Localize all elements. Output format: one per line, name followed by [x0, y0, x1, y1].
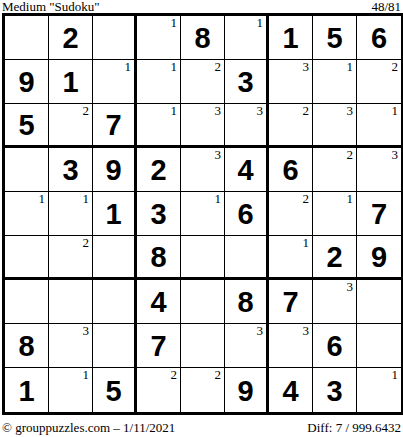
cell-digit: 3	[150, 200, 166, 229]
pencil-mark: 2	[303, 104, 310, 118]
cell-r7c3[interactable]	[93, 280, 137, 324]
pencil-mark: 1	[171, 16, 178, 30]
cell-r1c4[interactable]: 1	[137, 16, 181, 60]
cell-r6c2[interactable]: 2	[49, 236, 93, 280]
cell-digit: 7	[371, 200, 387, 229]
cell-digit: 4	[237, 156, 253, 185]
cell-r9c9[interactable]: 1	[357, 368, 401, 412]
pencil-mark: 2	[83, 104, 90, 118]
cell-r1c1[interactable]	[5, 16, 49, 60]
cell-r5c2[interactable]: 1	[49, 192, 93, 236]
cell-digit: 8	[150, 243, 166, 272]
cell-r5c1[interactable]: 1	[5, 192, 49, 236]
cell-digit: 3	[326, 377, 342, 406]
cell-r9c2[interactable]: 1	[49, 368, 93, 412]
cell-r7c8[interactable]: 3	[313, 280, 357, 324]
cell-r1c2[interactable]: 2	[49, 16, 93, 60]
pencil-mark: 1	[347, 192, 354, 206]
cell-r3c8[interactable]: 3	[313, 104, 357, 148]
progress-counter: 48/81	[371, 0, 401, 13]
pencil-mark: 2	[215, 368, 222, 382]
cell-r6c3[interactable]	[93, 236, 137, 280]
pencil-mark: 1	[83, 192, 90, 206]
pencil-mark: 3	[303, 324, 310, 338]
copyright-text: © grouppuzzles.com – 1/11/2021	[2, 421, 175, 435]
cell-r7c2[interactable]	[49, 280, 93, 324]
pencil-mark: 1	[39, 192, 46, 206]
cell-r6c7[interactable]: 1	[269, 236, 313, 280]
cell-r2c3[interactable]: 1	[93, 60, 137, 104]
pencil-mark: 1	[171, 60, 178, 74]
cell-r6c8[interactable]: 2	[313, 236, 357, 280]
cell-r7c9[interactable]	[357, 280, 401, 324]
cell-r2c2[interactable]: 1	[49, 60, 93, 104]
cell-r3c5[interactable]: 3	[181, 104, 225, 148]
cell-r8c9[interactable]	[357, 324, 401, 368]
cell-digit: 6	[237, 200, 253, 229]
cell-digit: 2	[150, 156, 166, 185]
cell-r5c8[interactable]: 1	[313, 192, 357, 236]
pencil-mark: 3	[257, 104, 264, 118]
cell-digit: 8	[237, 288, 253, 317]
cell-r6c4[interactable]: 8	[137, 236, 181, 280]
cell-digit: 6	[326, 332, 342, 361]
cell-r8c1[interactable]: 8	[5, 324, 49, 368]
pencil-mark: 2	[171, 368, 178, 382]
cell-r3c7[interactable]: 2	[269, 104, 313, 148]
cell-digit: 9	[371, 243, 387, 272]
pencil-mark: 2	[392, 60, 399, 74]
pencil-mark: 3	[215, 104, 222, 118]
pencil-mark: 1	[125, 60, 132, 74]
cell-r2c8[interactable]: 1	[313, 60, 357, 104]
difficulty-text: Diff: 7 / 999.6432	[307, 421, 401, 435]
cell-digit: 4	[282, 377, 298, 406]
pencil-mark: 1	[257, 16, 264, 30]
cell-r7c4[interactable]: 4	[137, 280, 181, 324]
cell-r4c4[interactable]: 2	[137, 148, 181, 192]
cell-r3c9[interactable]: 1	[357, 104, 401, 148]
pencil-mark: 1	[215, 192, 222, 206]
pencil-mark: 1	[392, 368, 399, 382]
pencil-mark: 3	[257, 324, 264, 338]
pencil-mark: 1	[392, 104, 399, 118]
cell-r5c3[interactable]: 1	[93, 192, 137, 236]
cell-digit: 9	[18, 68, 34, 97]
cell-r6c9[interactable]: 9	[357, 236, 401, 280]
cell-digit: 9	[105, 156, 121, 185]
cell-r3c1[interactable]: 5	[5, 104, 49, 148]
cell-digit: 2	[62, 24, 78, 53]
cell-digit: 6	[371, 24, 387, 53]
cell-digit: 1	[62, 68, 78, 97]
cell-r1c7[interactable]: 1	[269, 16, 313, 60]
cell-r4c7[interactable]: 6	[269, 148, 313, 192]
cell-r2c7[interactable]: 3	[269, 60, 313, 104]
cell-r4c6[interactable]: 4	[225, 148, 269, 192]
cell-r9c3[interactable]: 5	[93, 368, 137, 412]
cell-r4c3[interactable]: 9	[93, 148, 137, 192]
cell-r3c3[interactable]: 7	[93, 104, 137, 148]
cell-r4c1[interactable]	[5, 148, 49, 192]
cell-r8c8[interactable]: 6	[313, 324, 357, 368]
cell-digit: 7	[282, 288, 298, 317]
cell-r3c4[interactable]: 1	[137, 104, 181, 148]
cell-digit: 2	[326, 243, 342, 272]
pencil-mark: 1	[171, 104, 178, 118]
pencil-mark: 2	[303, 192, 310, 206]
cell-digit: 5	[326, 24, 342, 53]
pencil-mark: 1	[347, 60, 354, 74]
cell-r2c5[interactable]: 2	[181, 60, 225, 104]
cell-digit: 1	[18, 377, 34, 406]
cell-r7c5[interactable]	[181, 280, 225, 324]
cell-r1c3[interactable]	[93, 16, 137, 60]
cell-r9c5[interactable]: 2	[181, 368, 225, 412]
cell-digit: 8	[18, 332, 34, 361]
cell-r9c8[interactable]: 3	[313, 368, 357, 412]
cell-r6c5[interactable]	[181, 236, 225, 280]
sudoku-board: 2181156911123312527133231392346231113162…	[2, 13, 403, 415]
cell-r1c5[interactable]: 8	[181, 16, 225, 60]
cell-r5c6[interactable]: 6	[225, 192, 269, 236]
cell-r2c4[interactable]: 1	[137, 60, 181, 104]
cell-r5c5[interactable]: 1	[181, 192, 225, 236]
cell-digit: 3	[237, 68, 253, 97]
cell-r9c7[interactable]: 4	[269, 368, 313, 412]
cell-r7c1[interactable]	[5, 280, 49, 324]
cell-r7c7[interactable]: 7	[269, 280, 313, 324]
pencil-mark: 1	[303, 236, 310, 250]
cell-r1c6[interactable]: 1	[225, 16, 269, 60]
pencil-mark: 3	[347, 104, 354, 118]
cell-digit: 1	[282, 24, 298, 53]
cell-digit: 5	[105, 377, 121, 406]
cell-r8c3[interactable]	[93, 324, 137, 368]
cell-r5c4[interactable]: 3	[137, 192, 181, 236]
cell-r4c8[interactable]: 2	[313, 148, 357, 192]
cell-digit: 4	[150, 288, 166, 317]
cell-r9c1[interactable]: 1	[5, 368, 49, 412]
header: Medium "Sudoku" 48/81	[2, 0, 401, 13]
puzzle-title: Medium "Sudoku"	[2, 0, 100, 13]
cell-r1c9[interactable]: 6	[357, 16, 401, 60]
cell-r6c6[interactable]	[225, 236, 269, 280]
cell-digit: 9	[237, 377, 253, 406]
cell-digit: 3	[62, 156, 78, 185]
cell-r9c4[interactable]: 2	[137, 368, 181, 412]
pencil-mark: 3	[83, 324, 90, 338]
cell-r8c5[interactable]	[181, 324, 225, 368]
cell-digit: 8	[194, 24, 210, 53]
cell-digit: 7	[105, 111, 121, 140]
pencil-mark: 3	[347, 280, 354, 294]
cell-r6c1[interactable]	[5, 236, 49, 280]
cell-r2c9[interactable]: 2	[357, 60, 401, 104]
cell-r8c7[interactable]: 3	[269, 324, 313, 368]
cell-r4c5[interactable]: 3	[181, 148, 225, 192]
cell-r5c7[interactable]: 2	[269, 192, 313, 236]
pencil-mark: 2	[347, 148, 354, 162]
cell-r9c6[interactable]: 9	[225, 368, 269, 412]
pencil-mark: 2	[215, 60, 222, 74]
cell-r3c2[interactable]: 2	[49, 104, 93, 148]
cell-digit: 7	[150, 332, 166, 361]
cell-r2c6[interactable]: 3	[225, 60, 269, 104]
cell-r3c6[interactable]: 3	[225, 104, 269, 148]
pencil-mark: 3	[303, 60, 310, 74]
cell-r1c8[interactable]: 5	[313, 16, 357, 60]
cell-r2c1[interactable]: 9	[5, 60, 49, 104]
cell-r7c6[interactable]: 8	[225, 280, 269, 324]
cell-r8c4[interactable]: 7	[137, 324, 181, 368]
pencil-mark: 1	[83, 368, 90, 382]
cell-r8c6[interactable]: 3	[225, 324, 269, 368]
cell-digit: 1	[105, 200, 121, 229]
pencil-mark: 2	[83, 236, 90, 250]
cell-r5c9[interactable]: 7	[357, 192, 401, 236]
pencil-mark: 3	[392, 148, 399, 162]
pencil-mark: 3	[215, 148, 222, 162]
footer: © grouppuzzles.com – 1/11/2021 Diff: 7 /…	[2, 421, 401, 435]
cell-r4c2[interactable]: 3	[49, 148, 93, 192]
cell-digit: 5	[18, 111, 34, 140]
cell-r8c2[interactable]: 3	[49, 324, 93, 368]
cell-r4c9[interactable]: 3	[357, 148, 401, 192]
cell-digit: 6	[282, 156, 298, 185]
